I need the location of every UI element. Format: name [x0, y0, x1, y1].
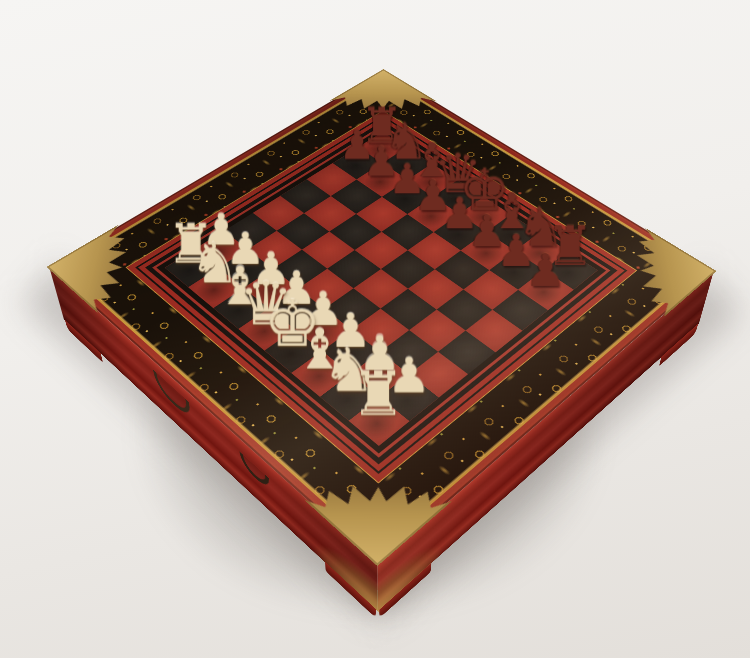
piece-glyph: ♜	[351, 364, 405, 425]
chess-board: ♜♞♝♛♚♝♞♜♟♟♟♟♟♟♟♟♟♟♟♟♟♟♟♟♜♞♝♛♚♝♞♜	[49, 70, 714, 563]
product-photo: ♜♞♝♛♚♝♞♜♟♟♟♟♟♟♟♟♟♟♟♟♟♟♟♟♜♞♝♛♚♝♞♜	[0, 0, 750, 658]
piece-glyph: ♟	[525, 248, 565, 293]
perspective-viewport: ♜♞♝♛♚♝♞♜♟♟♟♟♟♟♟♟♟♟♟♟♟♟♟♟♜♞♝♛♚♝♞♜	[0, 0, 750, 658]
